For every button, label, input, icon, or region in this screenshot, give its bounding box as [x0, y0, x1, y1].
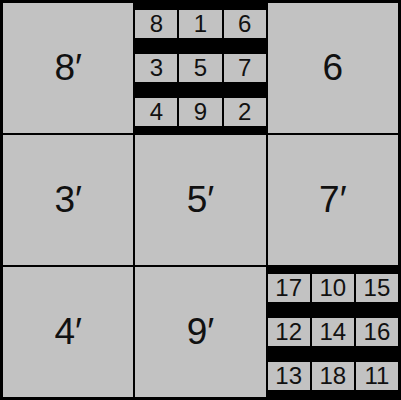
major-cell-r1c2: 7′ — [268, 135, 398, 265]
subgrid-b-cell-r2c0: 13 — [268, 362, 310, 390]
major-cell-r1c0: 3′ — [3, 135, 133, 265]
subgrid-a-cell-r2c2: 2 — [224, 98, 266, 126]
subgrid-a-cell-r2c1: 9 — [179, 98, 221, 126]
subgrid-b-cell-r1c1: 14 — [312, 318, 354, 346]
subgrid-b-cell-r1c0: 12 — [268, 318, 310, 346]
subgrid-a: 8 1 6 3 5 7 4 9 2 — [135, 3, 265, 133]
subgrid-a-cell-r0c2: 6 — [224, 10, 266, 38]
subgrid-b-cell-r0c2: 15 — [356, 274, 398, 302]
subgrid-b-cell-r2c1: 18 — [312, 362, 354, 390]
subgrid-a-cell-r1c2: 7 — [224, 54, 266, 82]
subgrid-b: 17 10 15 12 14 16 13 18 11 — [268, 267, 398, 397]
subgrid-a-cell-r0c1: 1 — [179, 10, 221, 38]
subgrid-a-cell-r1c1: 5 — [179, 54, 221, 82]
major-cell-r2c1: 9′ — [135, 267, 265, 397]
subgrid-b-cell-r0c0: 17 — [268, 274, 310, 302]
subgrid-b-cell-r0c1: 10 — [312, 274, 354, 302]
subgrid-a-cell-r1c0: 3 — [135, 54, 177, 82]
major-cell-r1c1: 5′ — [135, 135, 265, 265]
magic-square-board: 8′ 8 1 6 3 5 7 4 9 2 6 3′ 5′ 7′ 4′ 9′ 17… — [0, 0, 401, 400]
subgrid-a-cell-r2c0: 4 — [135, 98, 177, 126]
subgrid-a-cell-r0c0: 8 — [135, 10, 177, 38]
major-cell-r0c0: 8′ — [3, 3, 133, 133]
subgrid-b-cell-r2c2: 11 — [356, 362, 398, 390]
subgrid-b-cell-r1c2: 16 — [356, 318, 398, 346]
major-cell-r2c0: 4′ — [3, 267, 133, 397]
major-cell-r0c2: 6 — [268, 3, 398, 133]
